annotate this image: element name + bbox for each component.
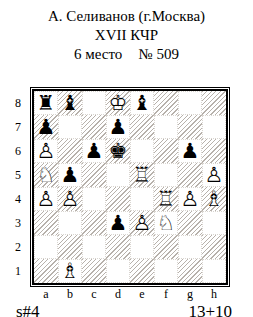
author-line: А. Селиванов (г.Москва)	[0, 7, 253, 26]
square-e8: ♝	[130, 91, 154, 115]
square-g8	[178, 91, 202, 115]
square-f5	[154, 163, 178, 187]
piece-glyph: ♗	[61, 261, 80, 282]
square-f4: ♜♖	[154, 187, 178, 211]
white-pawn-b4: ♟♙	[58, 187, 82, 211]
black-bishop-b8: ♝	[58, 91, 82, 115]
square-f7	[154, 115, 178, 139]
white-bishop-b1: ♝♗	[58, 259, 82, 283]
square-c2	[82, 235, 106, 259]
square-d2	[106, 235, 130, 259]
place-number-line: 6 место№ 509	[0, 45, 253, 64]
square-f1	[154, 259, 178, 283]
square-e5: ♜♖	[130, 163, 154, 187]
square-f3: ♞♘	[154, 211, 178, 235]
square-a5: ♞♘	[34, 163, 58, 187]
piece-glyph: ♚	[109, 141, 128, 162]
white-knight-f3: ♞♘	[154, 211, 178, 235]
square-h4: ♝♗	[202, 187, 226, 211]
square-b8: ♝	[58, 91, 82, 115]
square-e4	[130, 187, 154, 211]
file-label-c: c	[82, 288, 106, 301]
board-frame: ♜♝♚♔♝♟♟♟♙♟♚♟♞♘♟♜♖♟♙♟♙♟♙♜♖♟♙♝♗♟♟♙♞♘♝♗	[30, 87, 230, 287]
place-text: 6 место	[74, 46, 122, 62]
material-count: 13+10	[188, 302, 232, 317]
file-label-g: g	[178, 288, 202, 301]
square-d4	[106, 187, 130, 211]
rank-label-6: 6	[0, 139, 30, 163]
piece-glyph: ♘	[157, 213, 176, 234]
piece-glyph: ♟	[181, 141, 200, 162]
square-d3: ♟	[106, 211, 130, 235]
square-e3: ♟♙	[130, 211, 154, 235]
square-h6	[202, 139, 226, 163]
square-g6: ♟	[178, 139, 202, 163]
square-a8: ♜	[34, 91, 58, 115]
square-e7	[130, 115, 154, 139]
black-pawn-g6: ♟	[178, 139, 202, 163]
file-label-e: e	[130, 288, 154, 301]
stipulation-text: s#4	[16, 302, 40, 317]
square-c6: ♟	[82, 139, 106, 163]
piece-glyph: ♙	[133, 213, 152, 234]
square-e2	[130, 235, 154, 259]
piece-glyph: ♔	[109, 93, 128, 114]
square-h3	[202, 211, 226, 235]
white-pawn-h5: ♟♙	[202, 163, 226, 187]
board-area: 87654321 ♜♝♚♔♝♟♟♟♙♟♚♟♞♘♟♜♖♟♙♟♙♟♙♜♖♟♙♝♗♟♟…	[0, 87, 253, 287]
black-pawn-d7: ♟	[106, 115, 130, 139]
square-h8	[202, 91, 226, 115]
square-a3	[34, 211, 58, 235]
black-pawn-a7: ♟	[34, 115, 58, 139]
rank-label-4: 4	[0, 187, 30, 211]
rank-labels: 87654321	[0, 87, 30, 287]
white-rook-e5: ♜♖	[130, 163, 154, 187]
piece-glyph: ♘	[37, 165, 56, 186]
square-e6	[130, 139, 154, 163]
square-a6: ♟♙	[34, 139, 58, 163]
square-c4	[82, 187, 106, 211]
piece-glyph: ♙	[37, 141, 56, 162]
file-label-a: a	[34, 288, 58, 301]
black-rook-a8: ♜	[34, 91, 58, 115]
square-a7: ♟	[34, 115, 58, 139]
square-e1	[130, 259, 154, 283]
square-d5	[106, 163, 130, 187]
square-b3	[58, 211, 82, 235]
square-h5: ♟♙	[202, 163, 226, 187]
problem-header: А. Селиванов (г.Москва) XVII КЧР 6 место…	[0, 0, 253, 64]
square-b7	[58, 115, 82, 139]
piece-glyph: ♟	[85, 141, 104, 162]
piece-glyph: ♜	[37, 93, 56, 114]
square-c3	[82, 211, 106, 235]
square-c7	[82, 115, 106, 139]
piece-glyph: ♙	[205, 165, 224, 186]
white-pawn-e3: ♟♙	[130, 211, 154, 235]
caption-row: s#4 13+10	[0, 301, 253, 317]
black-pawn-c6: ♟	[82, 139, 106, 163]
problem-number: № 509	[138, 46, 179, 62]
square-a4: ♟♙	[34, 187, 58, 211]
file-labels: abcdefgh	[34, 288, 253, 301]
square-d7: ♟	[106, 115, 130, 139]
square-c1	[82, 259, 106, 283]
square-f6	[154, 139, 178, 163]
white-pawn-a6: ♟♙	[34, 139, 58, 163]
file-label-d: d	[106, 288, 130, 301]
square-d6: ♚	[106, 139, 130, 163]
piece-glyph: ♟	[109, 213, 128, 234]
piece-glyph: ♟	[61, 165, 80, 186]
black-pawn-d3: ♟	[106, 211, 130, 235]
square-g4: ♟♙	[178, 187, 202, 211]
piece-glyph: ♙	[181, 189, 200, 210]
square-b1: ♝♗	[58, 259, 82, 283]
rank-label-3: 3	[0, 211, 30, 235]
square-d8: ♚♔	[106, 91, 130, 115]
black-pawn-b5: ♟	[58, 163, 82, 187]
square-h2	[202, 235, 226, 259]
event-line: XVII КЧР	[0, 26, 253, 45]
rank-label-1: 1	[0, 259, 30, 283]
black-bishop-e8: ♝	[130, 91, 154, 115]
square-f2	[154, 235, 178, 259]
piece-glyph: ♝	[133, 93, 152, 114]
piece-glyph: ♙	[37, 189, 56, 210]
square-g1	[178, 259, 202, 283]
piece-glyph: ♟	[109, 117, 128, 138]
square-g5	[178, 163, 202, 187]
piece-glyph: ♖	[157, 189, 176, 210]
square-h7	[202, 115, 226, 139]
square-b2	[58, 235, 82, 259]
white-king-d8: ♚♔	[106, 91, 130, 115]
piece-glyph: ♙	[61, 189, 80, 210]
piece-glyph: ♗	[205, 189, 224, 210]
rank-label-5: 5	[0, 163, 30, 187]
white-pawn-a4: ♟♙	[34, 187, 58, 211]
file-label-f: f	[154, 288, 178, 301]
square-b6	[58, 139, 82, 163]
rank-label-8: 8	[0, 91, 30, 115]
square-a2	[34, 235, 58, 259]
square-h1	[202, 259, 226, 283]
square-f8	[154, 91, 178, 115]
rank-label-2: 2	[0, 235, 30, 259]
square-c5	[82, 163, 106, 187]
file-label-h: h	[202, 288, 226, 301]
square-g7	[178, 115, 202, 139]
square-b5: ♟	[58, 163, 82, 187]
piece-glyph: ♟	[37, 117, 56, 138]
rank-label-7: 7	[0, 115, 30, 139]
black-king-d6: ♚	[106, 139, 130, 163]
white-knight-a5: ♞♘	[34, 163, 58, 187]
white-pawn-g4: ♟♙	[178, 187, 202, 211]
board: ♜♝♚♔♝♟♟♟♙♟♚♟♞♘♟♜♖♟♙♟♙♟♙♜♖♟♙♝♗♟♟♙♞♘♝♗	[32, 89, 228, 285]
square-g2	[178, 235, 202, 259]
piece-glyph: ♖	[133, 165, 152, 186]
square-d1	[106, 259, 130, 283]
white-rook-f4: ♜♖	[154, 187, 178, 211]
square-g3	[178, 211, 202, 235]
white-bishop-h4: ♝♗	[202, 187, 226, 211]
file-label-b: b	[58, 288, 82, 301]
piece-glyph: ♝	[61, 93, 80, 114]
square-a1	[34, 259, 58, 283]
square-b4: ♟♙	[58, 187, 82, 211]
square-c8	[82, 91, 106, 115]
